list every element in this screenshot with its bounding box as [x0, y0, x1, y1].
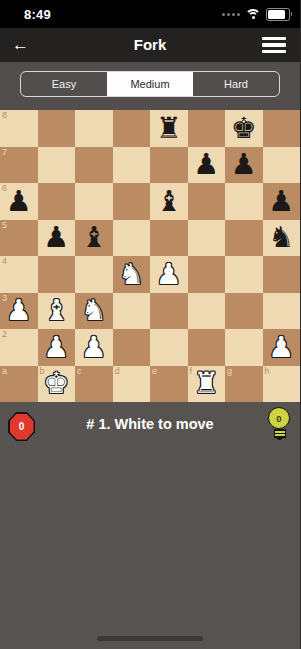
square-g8[interactable]: ♚	[225, 110, 263, 147]
square-b1[interactable]: b♚	[38, 366, 76, 403]
square-f1[interactable]: f♜	[188, 366, 226, 403]
piece-white-pawn[interactable]: ♟	[38, 329, 76, 366]
square-c2[interactable]: ♟	[75, 329, 113, 366]
difficulty-bar: Easy Medium Hard	[0, 62, 300, 110]
square-e2[interactable]	[150, 329, 188, 366]
square-h4[interactable]	[263, 256, 301, 293]
square-e3[interactable]	[150, 293, 188, 330]
square-b5[interactable]: ♟	[38, 220, 76, 257]
menu-icon[interactable]	[262, 37, 286, 53]
puzzle-status-row: 0 # 1. White to move 0	[0, 402, 300, 448]
piece-black-pawn[interactable]: ♟	[225, 147, 263, 184]
square-d4[interactable]: ♞	[113, 256, 151, 293]
square-h5[interactable]: ♞	[263, 220, 301, 257]
square-d8[interactable]	[113, 110, 151, 147]
piece-black-pawn[interactable]: ♟	[188, 147, 226, 184]
square-g1[interactable]: g	[225, 366, 263, 403]
file-label: c	[77, 367, 82, 376]
square-h3[interactable]	[263, 293, 301, 330]
rank-label: 4	[2, 257, 7, 266]
square-g4[interactable]	[225, 256, 263, 293]
square-b6[interactable]	[38, 183, 76, 220]
piece-black-pawn[interactable]: ♟	[263, 183, 301, 220]
piece-black-bishop[interactable]: ♝	[75, 220, 113, 257]
square-b2[interactable]: ♟	[38, 329, 76, 366]
piece-white-knight[interactable]: ♞	[113, 256, 151, 293]
square-d2[interactable]	[113, 329, 151, 366]
nav-bar: ← Fork	[0, 28, 300, 62]
clock: 8:49	[24, 7, 51, 22]
file-label: d	[115, 367, 120, 376]
square-f7[interactable]: ♟	[188, 147, 226, 184]
piece-white-king[interactable]: ♚	[38, 366, 76, 403]
rank-label: 8	[2, 111, 7, 120]
square-g5[interactable]	[225, 220, 263, 257]
chess-board: 8♜♚7♟♟6♟♝♟5♟♝♞4♞♟3♟♝♞2♟♟♟ab♚cdef♜gh	[0, 110, 300, 402]
footer-area: 0 # 1. White to move 0	[0, 402, 300, 649]
wifi-icon	[245, 9, 261, 20]
square-a6[interactable]: 6♟	[0, 183, 38, 220]
square-d5[interactable]	[113, 220, 151, 257]
square-c8[interactable]	[75, 110, 113, 147]
file-label: h	[265, 367, 270, 376]
page-title: Fork	[0, 36, 300, 53]
square-c6[interactable]	[75, 183, 113, 220]
piece-black-pawn[interactable]: ♟	[0, 183, 38, 220]
battery-icon	[266, 8, 290, 21]
home-indicator[interactable]	[97, 636, 203, 641]
piece-white-pawn[interactable]: ♟	[0, 293, 38, 330]
square-e1[interactable]: e	[150, 366, 188, 403]
square-e5[interactable]	[150, 220, 188, 257]
file-label: a	[2, 367, 7, 376]
square-f3[interactable]	[188, 293, 226, 330]
square-g6[interactable]	[225, 183, 263, 220]
tab-medium[interactable]: Medium	[107, 72, 193, 96]
square-c1[interactable]: c	[75, 366, 113, 403]
square-d7[interactable]	[113, 147, 151, 184]
square-h2[interactable]: ♟	[263, 329, 301, 366]
square-e8[interactable]: ♜	[150, 110, 188, 147]
piece-black-bishop[interactable]: ♝	[150, 183, 188, 220]
square-a7[interactable]: 7	[0, 147, 38, 184]
square-a8[interactable]: 8	[0, 110, 38, 147]
square-c5[interactable]: ♝	[75, 220, 113, 257]
square-a2[interactable]: 2	[0, 329, 38, 366]
square-c3[interactable]: ♞	[75, 293, 113, 330]
square-b4[interactable]	[38, 256, 76, 293]
square-h8[interactable]	[263, 110, 301, 147]
square-h1[interactable]: h	[263, 366, 301, 403]
square-g7[interactable]: ♟	[225, 147, 263, 184]
square-c4[interactable]	[75, 256, 113, 293]
square-e4[interactable]: ♟	[150, 256, 188, 293]
square-b7[interactable]	[38, 147, 76, 184]
file-label: e	[152, 367, 157, 376]
piece-black-king[interactable]: ♚	[225, 110, 263, 147]
piece-white-knight[interactable]: ♞	[75, 293, 113, 330]
square-h6[interactable]: ♟	[263, 183, 301, 220]
square-f6[interactable]	[188, 183, 226, 220]
square-b3[interactable]: ♝	[38, 293, 76, 330]
piece-white-rook[interactable]: ♜	[188, 366, 226, 403]
tab-easy[interactable]: Easy	[21, 72, 107, 96]
square-e7[interactable]	[150, 147, 188, 184]
tab-hard[interactable]: Hard	[193, 72, 279, 96]
square-a1[interactable]: a	[0, 366, 38, 403]
piece-white-pawn[interactable]: ♟	[75, 329, 113, 366]
piece-white-pawn[interactable]: ♟	[263, 329, 301, 366]
hint-lightbulb-icon[interactable]: 0	[267, 407, 291, 445]
square-f4[interactable]	[188, 256, 226, 293]
square-a3[interactable]: 3♟	[0, 293, 38, 330]
piece-black-rook[interactable]: ♜	[150, 110, 188, 147]
square-c7[interactable]	[75, 147, 113, 184]
cellular-signal-icon	[222, 13, 240, 16]
piece-white-bishop[interactable]: ♝	[38, 293, 76, 330]
square-a5[interactable]: 5	[0, 220, 38, 257]
file-label: g	[227, 367, 232, 376]
square-g3[interactable]	[225, 293, 263, 330]
piece-white-pawn[interactable]: ♟	[150, 256, 188, 293]
square-b8[interactable]	[38, 110, 76, 147]
bulb-tip	[277, 437, 282, 440]
app-screen: 8:49 ← Fork Easy Medium Hard 8♜♚7♟♟6♟♝♟5…	[0, 0, 300, 649]
square-d3[interactable]	[113, 293, 151, 330]
square-f8[interactable]	[188, 110, 226, 147]
piece-black-knight[interactable]: ♞	[263, 220, 301, 257]
rank-label: 7	[2, 148, 7, 157]
rank-label: 2	[2, 330, 7, 339]
square-f2[interactable]	[188, 329, 226, 366]
square-g2[interactable]	[225, 329, 263, 366]
square-a4[interactable]: 4	[0, 256, 38, 293]
square-e6[interactable]: ♝	[150, 183, 188, 220]
difficulty-segmented-control: Easy Medium Hard	[20, 71, 280, 97]
status-icons	[222, 0, 290, 28]
square-d6[interactable]	[113, 183, 151, 220]
square-f5[interactable]	[188, 220, 226, 257]
hint-count: 0	[268, 407, 290, 429]
square-d1[interactable]: d	[113, 366, 151, 403]
square-h7[interactable]	[263, 147, 301, 184]
piece-black-pawn[interactable]: ♟	[38, 220, 76, 257]
puzzle-caption: # 1. White to move	[0, 416, 300, 432]
status-bar: 8:49	[0, 0, 300, 28]
rank-label: 5	[2, 221, 7, 230]
